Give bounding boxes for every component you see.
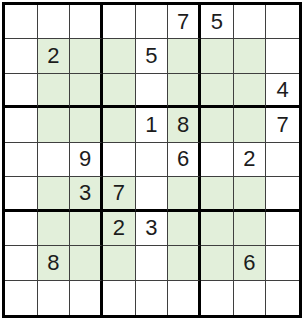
cell-r1c4[interactable] [103,5,136,39]
cell-r6c7[interactable] [201,177,234,211]
cell-r4c4[interactable] [103,108,136,142]
cell-r8c5[interactable] [136,246,169,280]
cell-r8c9[interactable] [266,246,299,280]
cell-r1c8[interactable] [234,5,267,39]
cell-r7c1[interactable] [5,212,38,246]
cell-r4c5[interactable]: 1 [136,108,169,142]
cell-r8c3[interactable] [70,246,103,280]
cell-r7c2[interactable] [38,212,71,246]
cell-r1c6[interactable]: 7 [168,5,201,39]
cell-r3c5[interactable] [136,74,169,108]
cell-r4c6[interactable]: 8 [168,108,201,142]
cell-r8c2[interactable]: 8 [38,246,71,280]
cell-r3c4[interactable] [103,74,136,108]
sudoku-page: 75254187962372386 [0,0,304,320]
cell-r8c8[interactable]: 6 [234,246,267,280]
cell-r2c3[interactable] [70,39,103,73]
cell-r6c8[interactable] [234,177,267,211]
cell-r2c5[interactable]: 5 [136,39,169,73]
cell-r3c6[interactable] [168,74,201,108]
cell-r5c9[interactable] [266,143,299,177]
cell-r7c7[interactable] [201,212,234,246]
cell-r2c4[interactable] [103,39,136,73]
cell-r7c9[interactable] [266,212,299,246]
cell-r3c3[interactable] [70,74,103,108]
cell-r2c2[interactable]: 2 [38,39,71,73]
cell-r4c1[interactable] [5,108,38,142]
cell-r9c9[interactable] [266,281,299,315]
cell-r9c8[interactable] [234,281,267,315]
cell-r7c3[interactable] [70,212,103,246]
cell-r5c3[interactable]: 9 [70,143,103,177]
cell-r9c4[interactable] [103,281,136,315]
cell-r5c1[interactable] [5,143,38,177]
cell-r8c4[interactable] [103,246,136,280]
cell-r8c6[interactable] [168,246,201,280]
cell-r3c7[interactable] [201,74,234,108]
cell-r2c1[interactable] [5,39,38,73]
cell-r4c9[interactable]: 7 [266,108,299,142]
cell-r9c7[interactable] [201,281,234,315]
cell-r9c3[interactable] [70,281,103,315]
cell-r3c8[interactable] [234,74,267,108]
cell-r6c2[interactable] [38,177,71,211]
cell-r4c7[interactable] [201,108,234,142]
cell-r5c2[interactable] [38,143,71,177]
cell-r7c6[interactable] [168,212,201,246]
cell-r5c6[interactable]: 6 [168,143,201,177]
cell-r6c5[interactable] [136,177,169,211]
cell-r4c8[interactable] [234,108,267,142]
cell-r6c9[interactable] [266,177,299,211]
cell-r2c7[interactable] [201,39,234,73]
cell-r1c9[interactable] [266,5,299,39]
cell-r7c8[interactable] [234,212,267,246]
cell-r1c1[interactable] [5,5,38,39]
cell-r7c5[interactable]: 3 [136,212,169,246]
cell-r6c4[interactable]: 7 [103,177,136,211]
cell-r3c2[interactable] [38,74,71,108]
cell-r9c1[interactable] [5,281,38,315]
cell-r9c2[interactable] [38,281,71,315]
sudoku-board: 75254187962372386 [2,2,302,318]
cell-r8c7[interactable] [201,246,234,280]
cell-r2c6[interactable] [168,39,201,73]
cell-r4c2[interactable] [38,108,71,142]
cell-r5c5[interactable] [136,143,169,177]
cell-r2c8[interactable] [234,39,267,73]
cell-r1c5[interactable] [136,5,169,39]
cell-r9c5[interactable] [136,281,169,315]
cell-r5c7[interactable] [201,143,234,177]
cell-r3c9[interactable]: 4 [266,74,299,108]
cell-r6c6[interactable] [168,177,201,211]
cell-r2c9[interactable] [266,39,299,73]
cell-r7c4[interactable]: 2 [103,212,136,246]
cell-r6c3[interactable]: 3 [70,177,103,211]
cell-r1c7[interactable]: 5 [201,5,234,39]
cell-r1c3[interactable] [70,5,103,39]
cell-r6c1[interactable] [5,177,38,211]
cell-r8c1[interactable] [5,246,38,280]
cell-r1c2[interactable] [38,5,71,39]
cell-r9c6[interactable] [168,281,201,315]
cell-r4c3[interactable] [70,108,103,142]
cell-r5c8[interactable]: 2 [234,143,267,177]
cell-r3c1[interactable] [5,74,38,108]
cell-r5c4[interactable] [103,143,136,177]
